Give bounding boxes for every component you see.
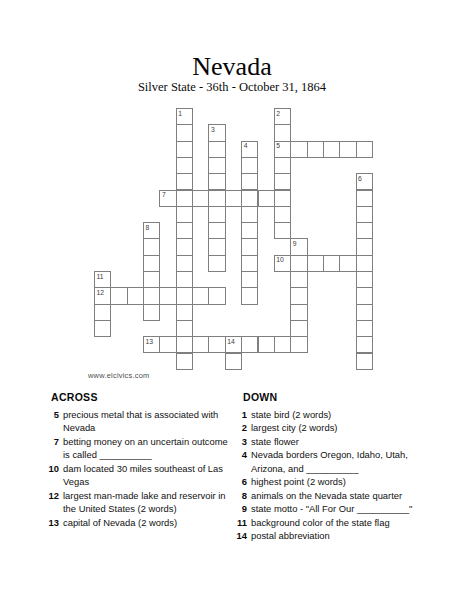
clue-number: 1	[226, 408, 247, 421]
source-url: www.elcivics.com	[88, 371, 150, 380]
down-header: DOWN	[243, 391, 277, 403]
grid-cell[interactable]: 4	[241, 141, 258, 158]
clue-item: 13capital of Nevada (2 words)	[40, 516, 235, 529]
grid-cell[interactable]: 7	[159, 190, 176, 207]
clue-item: 11background color of the state flag	[226, 516, 423, 529]
clue-item: 5precious metal that is associated with …	[40, 408, 235, 435]
grid-cell[interactable]	[208, 157, 225, 174]
clue-number: 13	[40, 516, 59, 529]
grid-cell[interactable]: 12	[94, 287, 111, 304]
grid-cell[interactable]	[274, 222, 291, 239]
grid-cell[interactable]	[241, 173, 258, 190]
grid-cell[interactable]	[356, 190, 373, 207]
clue-item: 4Nevada borders Oregon, Idaho, Utah, Ari…	[226, 448, 423, 475]
grid-cell[interactable]	[274, 206, 291, 223]
grid-cell[interactable]	[176, 336, 193, 353]
clue-text: state bird (2 words)	[251, 408, 423, 421]
grid-cell[interactable]	[356, 304, 373, 321]
grid-cell[interactable]	[208, 190, 225, 207]
clue-number: 5	[40, 408, 59, 435]
clue-text: highest point (2 words)	[251, 475, 423, 488]
grid-cell[interactable]: 14	[225, 336, 242, 353]
grid-cell[interactable]: 13	[143, 336, 160, 353]
grid-cell[interactable]: 8	[143, 222, 160, 239]
crossword-page: Nevada Silver State - 36th - October 31,…	[0, 0, 464, 600]
grid-cell[interactable]	[94, 304, 111, 321]
grid-cell[interactable]	[323, 255, 340, 272]
grid-cell[interactable]	[356, 353, 373, 370]
grid-cell[interactable]	[208, 336, 225, 353]
grid-cell[interactable]	[258, 336, 275, 353]
grid-cell[interactable]	[356, 206, 373, 223]
grid-cell[interactable]	[143, 238, 160, 255]
grid-cell[interactable]	[192, 287, 209, 304]
cell-number: 4	[244, 142, 248, 149]
grid-cell[interactable]	[110, 287, 127, 304]
clue-item: 8animals on the Nevada state quarter	[226, 489, 423, 502]
grid-cell[interactable]	[192, 190, 209, 207]
cell-number: 9	[293, 240, 297, 247]
clue-number: 3	[226, 435, 247, 448]
grid-cell[interactable]	[143, 271, 160, 288]
cell-number: 5	[276, 142, 280, 149]
grid-cell[interactable]	[274, 336, 291, 353]
clue-item: 3state flower	[226, 435, 423, 448]
grid-cell[interactable]	[290, 255, 307, 272]
grid-cell[interactable]	[176, 173, 193, 190]
grid-cell[interactable]: 5	[274, 141, 291, 158]
grid-cell[interactable]	[208, 287, 225, 304]
grid-cell[interactable]: 10	[274, 255, 291, 272]
grid-cell[interactable]	[258, 190, 275, 207]
grid-cell[interactable]	[192, 336, 209, 353]
grid-cell[interactable]	[143, 287, 160, 304]
clue-text: capital of Nevada (2 words)	[63, 516, 235, 529]
grid-cell[interactable]	[356, 271, 373, 288]
clue-item: 9state motto - "All For Our __________"	[226, 502, 423, 515]
grid-cell[interactable]	[274, 173, 291, 190]
clue-number: 8	[226, 489, 247, 502]
grid-cell[interactable]	[290, 271, 307, 288]
grid-cell[interactable]	[176, 255, 193, 272]
cell-number: 12	[97, 289, 105, 296]
clue-number: 14	[226, 529, 247, 542]
grid-cell[interactable]	[241, 255, 258, 272]
clue-item: 1state bird (2 words)	[226, 408, 423, 421]
cell-number: 14	[227, 338, 235, 345]
grid-cell[interactable]	[208, 222, 225, 239]
grid-cell[interactable]	[176, 222, 193, 239]
grid-cell[interactable]	[356, 141, 373, 158]
clue-text: animals on the Nevada state quarter	[251, 489, 423, 502]
grid-cell[interactable]	[241, 190, 258, 207]
clue-item: 6highest point (2 words)	[226, 475, 423, 488]
grid-cell[interactable]	[208, 206, 225, 223]
clue-item: 7betting money on an uncertain outcome i…	[40, 435, 235, 462]
page-title: Nevada	[0, 52, 464, 82]
clue-item: 2largest city (2 words)	[226, 421, 423, 434]
grid-cell[interactable]	[290, 141, 307, 158]
grid-cell[interactable]	[176, 124, 193, 141]
grid-cell[interactable]	[176, 287, 193, 304]
page-subtitle: Silver State - 36th - October 31, 1864	[0, 80, 464, 95]
grid-cell[interactable]	[356, 320, 373, 337]
grid-cell[interactable]	[143, 255, 160, 272]
grid-cell[interactable]	[290, 287, 307, 304]
grid-cell[interactable]	[356, 238, 373, 255]
clue-text: Nevada borders Oregon, Idaho, Utah, Ariz…	[251, 448, 423, 475]
cell-number: 1	[178, 110, 182, 117]
across-clue-list: 5precious metal that is associated with …	[40, 408, 235, 529]
grid-cell[interactable]	[241, 238, 258, 255]
grid-cell[interactable]	[208, 141, 225, 158]
grid-cell[interactable]	[356, 287, 373, 304]
grid-cell[interactable]	[225, 353, 242, 370]
cell-number: 7	[162, 191, 166, 198]
cell-number: 11	[97, 273, 104, 280]
grid-cell[interactable]	[127, 287, 144, 304]
grid-cell[interactable]	[225, 190, 242, 207]
grid-cell[interactable]	[274, 124, 291, 141]
grid-cell[interactable]: 1	[176, 108, 193, 125]
grid-cell[interactable]	[143, 304, 160, 321]
grid-cell[interactable]: 11	[94, 271, 111, 288]
grid-cell[interactable]	[176, 271, 193, 288]
grid-cell[interactable]	[241, 222, 258, 239]
grid-cell[interactable]	[176, 320, 193, 337]
clue-item: 12largest man-made lake and reservoir in…	[40, 489, 235, 516]
grid-cell[interactable]	[356, 336, 373, 353]
cell-number: 3	[211, 126, 215, 133]
grid-cell[interactable]	[176, 353, 193, 370]
clue-number: 9	[226, 502, 247, 515]
clue-text: state motto - "All For Our __________"	[251, 502, 423, 515]
grid-cell[interactable]	[94, 320, 111, 337]
clue-number: 11	[226, 516, 247, 529]
down-clue-list: 1state bird (2 words)2largest city (2 wo…	[226, 408, 423, 543]
grid-cell[interactable]	[159, 336, 176, 353]
clue-text: betting money on an uncertain outcome is…	[63, 435, 235, 462]
cell-number: 2	[276, 110, 280, 117]
clue-text: postal abbreviation	[251, 529, 423, 542]
grid-cell[interactable]	[339, 255, 356, 272]
grid-cell[interactable]	[241, 287, 258, 304]
cell-number: 13	[146, 338, 154, 345]
clue-number: 6	[226, 475, 247, 488]
cell-number: 10	[276, 256, 284, 263]
grid-cell[interactable]	[307, 141, 324, 158]
clue-text: background color of the state flag	[251, 516, 423, 529]
grid-cell[interactable]	[356, 222, 373, 239]
clue-text: largest man-made lake and reservoir in t…	[63, 489, 235, 516]
grid-cell[interactable]	[241, 271, 258, 288]
cell-number: 8	[146, 224, 150, 231]
grid-cell[interactable]	[208, 255, 225, 272]
grid-cell[interactable]	[176, 304, 193, 321]
grid-cell[interactable]: 3	[208, 124, 225, 141]
grid-cell[interactable]	[339, 141, 356, 158]
grid-cell[interactable]	[176, 157, 193, 174]
grid-cell[interactable]	[208, 238, 225, 255]
grid-cell[interactable]	[323, 141, 340, 158]
grid-cell[interactable]	[274, 157, 291, 174]
grid-cell[interactable]: 9	[290, 238, 307, 255]
cell-number: 6	[358, 175, 362, 182]
across-header: ACROSS	[51, 391, 98, 403]
clue-text: state flower	[251, 435, 423, 448]
clue-text: precious metal that is associated with N…	[63, 408, 235, 435]
grid-cell[interactable]: 6	[356, 173, 373, 190]
clue-item: 14postal abbreviation	[226, 529, 423, 542]
clue-number: 12	[40, 489, 59, 516]
clue-number: 10	[40, 462, 59, 489]
clue-item: 10dam located 30 miles southeast of Las …	[40, 462, 235, 489]
grid-cell[interactable]	[176, 141, 193, 158]
crossword-grid: 1234567891011121314	[94, 108, 374, 371]
grid-cell[interactable]	[307, 255, 324, 272]
clue-text: largest city (2 words)	[251, 421, 423, 434]
clue-number: 4	[226, 448, 247, 475]
grid-cell[interactable]	[356, 255, 373, 272]
grid-cell[interactable]	[290, 320, 307, 337]
grid-cell[interactable]	[176, 238, 193, 255]
grid-cell[interactable]	[159, 287, 176, 304]
grid-cell[interactable]	[290, 304, 307, 321]
clue-number: 7	[40, 435, 59, 462]
grid-cell[interactable]	[274, 190, 291, 207]
grid-cell[interactable]	[241, 157, 258, 174]
grid-cell[interactable]	[208, 173, 225, 190]
grid-cell[interactable]	[241, 336, 258, 353]
grid-cell[interactable]	[176, 190, 193, 207]
clue-text: dam located 30 miles southeast of Las Ve…	[63, 462, 235, 489]
clue-number: 2	[226, 421, 247, 434]
grid-cell[interactable]	[290, 336, 307, 353]
grid-cell[interactable]: 2	[274, 108, 291, 125]
grid-cell[interactable]	[176, 206, 193, 223]
grid-cell[interactable]	[241, 206, 258, 223]
